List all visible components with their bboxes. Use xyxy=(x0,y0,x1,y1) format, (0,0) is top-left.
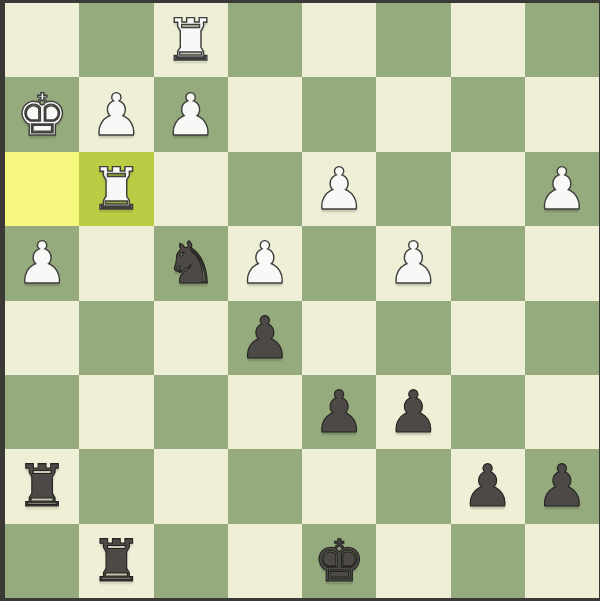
square-f7[interactable] xyxy=(154,449,228,523)
square-a2[interactable] xyxy=(525,77,599,151)
square-f4[interactable]: ♞ xyxy=(154,226,228,300)
piece-black-pawn-e5[interactable]: ♟ xyxy=(239,309,291,367)
square-a1[interactable] xyxy=(525,3,599,77)
piece-black-rook-h7[interactable]: ♜ xyxy=(16,457,68,515)
square-g5[interactable] xyxy=(79,301,153,375)
piece-white-king-h2[interactable]: ♚ xyxy=(16,86,68,144)
square-h6[interactable] xyxy=(5,375,79,449)
square-h3[interactable] xyxy=(5,152,79,226)
square-f2[interactable]: ♟ xyxy=(154,77,228,151)
piece-white-pawn-g2[interactable]: ♟ xyxy=(90,86,142,144)
square-g4[interactable] xyxy=(79,226,153,300)
square-g6[interactable] xyxy=(79,375,153,449)
square-e2[interactable] xyxy=(228,77,302,151)
square-b6[interactable] xyxy=(451,375,525,449)
square-b4[interactable] xyxy=(451,226,525,300)
piece-black-rook-g8[interactable]: ♜ xyxy=(90,532,142,590)
square-e3[interactable] xyxy=(228,152,302,226)
square-h2[interactable]: ♚ xyxy=(5,77,79,151)
square-d2[interactable] xyxy=(302,77,376,151)
square-d6[interactable]: ♟ xyxy=(302,375,376,449)
piece-white-pawn-h4[interactable]: ♟ xyxy=(16,234,68,292)
piece-white-pawn-a3[interactable]: ♟ xyxy=(536,160,588,218)
piece-white-pawn-e4[interactable]: ♟ xyxy=(239,234,291,292)
piece-white-pawn-c4[interactable]: ♟ xyxy=(387,234,439,292)
square-c8[interactable] xyxy=(376,524,450,598)
square-e1[interactable] xyxy=(228,3,302,77)
square-f8[interactable] xyxy=(154,524,228,598)
square-a5[interactable] xyxy=(525,301,599,375)
square-a3[interactable]: ♟ xyxy=(525,152,599,226)
square-f6[interactable] xyxy=(154,375,228,449)
piece-white-rook-f1[interactable]: ♜ xyxy=(165,11,217,69)
square-h4[interactable]: ♟ xyxy=(5,226,79,300)
square-e4[interactable]: ♟ xyxy=(228,226,302,300)
square-c3[interactable] xyxy=(376,152,450,226)
square-c7[interactable] xyxy=(376,449,450,523)
square-f3[interactable] xyxy=(154,152,228,226)
square-d3[interactable]: ♟ xyxy=(302,152,376,226)
square-e7[interactable] xyxy=(228,449,302,523)
square-f1[interactable]: ♜ xyxy=(154,3,228,77)
piece-black-knight-f4[interactable]: ♞ xyxy=(165,234,217,292)
piece-black-pawn-d6[interactable]: ♟ xyxy=(313,383,365,441)
board-frame: ♜♚♟♟♜♟♟♟♞♟♟♟♟♟♜♟♟♜♚ xyxy=(0,0,600,601)
square-e8[interactable] xyxy=(228,524,302,598)
square-c2[interactable] xyxy=(376,77,450,151)
square-b5[interactable] xyxy=(451,301,525,375)
square-a7[interactable]: ♟ xyxy=(525,449,599,523)
square-a6[interactable] xyxy=(525,375,599,449)
square-g1[interactable] xyxy=(79,3,153,77)
piece-black-pawn-a7[interactable]: ♟ xyxy=(536,457,588,515)
piece-white-pawn-d3[interactable]: ♟ xyxy=(313,160,365,218)
square-d1[interactable] xyxy=(302,3,376,77)
piece-black-pawn-c6[interactable]: ♟ xyxy=(387,383,439,441)
square-h8[interactable] xyxy=(5,524,79,598)
square-d5[interactable] xyxy=(302,301,376,375)
square-c5[interactable] xyxy=(376,301,450,375)
square-h1[interactable] xyxy=(5,3,79,77)
square-a8[interactable] xyxy=(525,524,599,598)
square-g8[interactable]: ♜ xyxy=(79,524,153,598)
square-e5[interactable]: ♟ xyxy=(228,301,302,375)
square-b2[interactable] xyxy=(451,77,525,151)
square-c6[interactable]: ♟ xyxy=(376,375,450,449)
chess-board: ♜♚♟♟♜♟♟♟♞♟♟♟♟♟♜♟♟♜♚ xyxy=(5,3,599,598)
square-f5[interactable] xyxy=(154,301,228,375)
square-b1[interactable] xyxy=(451,3,525,77)
piece-white-pawn-f2[interactable]: ♟ xyxy=(165,86,217,144)
piece-black-king-d8[interactable]: ♚ xyxy=(313,532,365,590)
square-g2[interactable]: ♟ xyxy=(79,77,153,151)
piece-black-pawn-b7[interactable]: ♟ xyxy=(462,457,514,515)
square-d4[interactable] xyxy=(302,226,376,300)
square-a4[interactable] xyxy=(525,226,599,300)
square-g7[interactable] xyxy=(79,449,153,523)
square-e6[interactable] xyxy=(228,375,302,449)
square-h5[interactable] xyxy=(5,301,79,375)
square-c4[interactable]: ♟ xyxy=(376,226,450,300)
square-b7[interactable]: ♟ xyxy=(451,449,525,523)
square-d7[interactable] xyxy=(302,449,376,523)
square-b8[interactable] xyxy=(451,524,525,598)
square-c1[interactable] xyxy=(376,3,450,77)
piece-white-rook-g3[interactable]: ♜ xyxy=(90,160,142,218)
square-h7[interactable]: ♜ xyxy=(5,449,79,523)
square-b3[interactable] xyxy=(451,152,525,226)
square-d8[interactable]: ♚ xyxy=(302,524,376,598)
square-g3[interactable]: ♜ xyxy=(79,152,153,226)
